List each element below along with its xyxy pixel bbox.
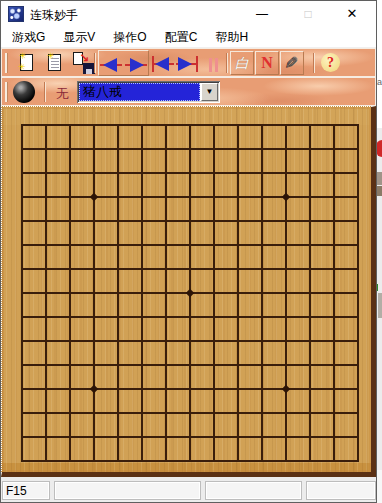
nav-last-button[interactable] <box>175 52 199 76</box>
board-intersection[interactable] <box>10 113 34 137</box>
board-intersection[interactable] <box>10 257 34 281</box>
board-intersection[interactable] <box>58 449 82 473</box>
board-intersection[interactable] <box>346 353 370 377</box>
board-intersection[interactable] <box>226 161 250 185</box>
back-arrow-icon <box>103 58 117 72</box>
board-intersection[interactable] <box>298 113 322 137</box>
board-intersection[interactable] <box>10 305 34 329</box>
board-intersection[interactable] <box>58 281 82 305</box>
board-intersection[interactable] <box>82 353 106 377</box>
board-intersection[interactable] <box>82 449 106 473</box>
background-gray-fragment <box>377 172 382 185</box>
board-intersection[interactable] <box>10 161 34 185</box>
board-intersection[interactable] <box>58 401 82 425</box>
board-intersection[interactable] <box>274 137 298 161</box>
board-intersection[interactable] <box>322 305 346 329</box>
board-intersection[interactable] <box>274 353 298 377</box>
board-intersection[interactable] <box>154 185 178 209</box>
board-intersection[interactable] <box>274 329 298 353</box>
board-intersection[interactable] <box>34 209 58 233</box>
board-intersection[interactable] <box>10 353 34 377</box>
nav-first-button[interactable] <box>151 52 175 76</box>
menu-view[interactable]: 显示V <box>54 27 104 48</box>
board-intersection[interactable] <box>226 185 250 209</box>
board-intersection[interactable] <box>226 449 250 473</box>
board-intersection[interactable] <box>106 209 130 233</box>
pause-icon <box>209 58 212 72</box>
board-intersection[interactable] <box>106 257 130 281</box>
board-intersection[interactable] <box>298 233 322 257</box>
board-intersection[interactable] <box>250 377 274 401</box>
board-intersection[interactable] <box>58 257 82 281</box>
board-intersection[interactable] <box>106 161 130 185</box>
board-intersection[interactable] <box>130 137 154 161</box>
board-intersection[interactable] <box>58 113 82 137</box>
board-intersection[interactable] <box>226 281 250 305</box>
white-player-button[interactable]: 白 <box>230 51 254 75</box>
board-intersection[interactable] <box>322 449 346 473</box>
board-intersection[interactable] <box>154 401 178 425</box>
nav-back-forward-group <box>98 50 149 76</box>
board-intersection[interactable] <box>202 401 226 425</box>
board-intersection[interactable] <box>82 425 106 449</box>
menu-operate[interactable]: 操作O <box>104 27 155 48</box>
board-intersection[interactable] <box>226 209 250 233</box>
engine-select-value[interactable]: 猪八戒 <box>79 83 200 101</box>
board-intersection[interactable] <box>154 305 178 329</box>
board-intersection[interactable] <box>298 449 322 473</box>
board-intersection[interactable] <box>10 401 34 425</box>
board-intersection[interactable] <box>178 185 202 209</box>
status-coordinate: F15 <box>2 481 50 500</box>
board-intersection[interactable] <box>250 305 274 329</box>
numbering-button[interactable]: N <box>255 51 279 75</box>
board-intersection[interactable] <box>130 113 154 137</box>
board-intersection[interactable] <box>130 425 154 449</box>
board-intersection[interactable] <box>130 161 154 185</box>
board-intersection[interactable] <box>154 257 178 281</box>
annotate-button[interactable]: ✎ <box>280 51 304 75</box>
board-intersection[interactable] <box>250 233 274 257</box>
board-intersection[interactable] <box>58 137 82 161</box>
board-intersection[interactable] <box>34 305 58 329</box>
board-intersection[interactable] <box>106 233 130 257</box>
maximize-button-disabled: □ <box>297 5 319 23</box>
board-intersection[interactable] <box>58 233 82 257</box>
background-partial-text: a <box>377 77 382 87</box>
board-intersection[interactable] <box>298 209 322 233</box>
board-intersection[interactable] <box>106 425 130 449</box>
board-intersection[interactable] <box>106 305 130 329</box>
board-intersection[interactable] <box>34 329 58 353</box>
board-intersection[interactable] <box>322 377 346 401</box>
menu-game[interactable]: 游戏G <box>3 27 54 48</box>
board-intersection[interactable] <box>298 185 322 209</box>
board-intersection[interactable] <box>250 161 274 185</box>
board-intersection[interactable] <box>34 161 58 185</box>
board-intersection[interactable] <box>298 401 322 425</box>
app-icon <box>8 6 24 22</box>
question-mark-icon: ? <box>327 55 334 70</box>
board-intersection[interactable] <box>154 281 178 305</box>
board-intersection[interactable] <box>10 377 34 401</box>
board-intersection[interactable] <box>154 449 178 473</box>
nav-forward-button[interactable] <box>124 53 148 77</box>
toolbar-separator <box>313 53 314 73</box>
board-intersection[interactable] <box>250 353 274 377</box>
app-window: 连珠妙手 — □ ✕ 游戏G 显示V 操作O 配置C 帮助H ✳ ✳ ✳ ↘ <box>0 0 377 503</box>
board-intersection[interactable] <box>58 353 82 377</box>
engine-select[interactable]: 猪八戒 ▼ <box>77 81 220 103</box>
status-bar: F15 <box>1 477 376 502</box>
board-intersection[interactable] <box>202 281 226 305</box>
board-intersection[interactable] <box>178 257 202 281</box>
board-intersection[interactable] <box>10 281 34 305</box>
board-intersection[interactable] <box>298 377 322 401</box>
board-intersection[interactable] <box>178 113 202 137</box>
board-intersection[interactable] <box>58 209 82 233</box>
board-intersection[interactable] <box>130 449 154 473</box>
board-intersection[interactable] <box>274 209 298 233</box>
board-intersection[interactable] <box>346 281 370 305</box>
menu-config[interactable]: 配置C <box>156 27 207 48</box>
board-intersection[interactable] <box>274 161 298 185</box>
board-intersection[interactable] <box>106 113 130 137</box>
board-intersection[interactable] <box>106 185 130 209</box>
board-intersection[interactable] <box>82 113 106 137</box>
first-move-arrow-icon <box>155 57 169 71</box>
board-intersection[interactable] <box>274 449 298 473</box>
board-intersection[interactable] <box>322 161 346 185</box>
board-intersection[interactable] <box>346 377 370 401</box>
close-button[interactable]: ✕ <box>341 5 363 23</box>
board-intersection[interactable] <box>178 353 202 377</box>
board-intersection[interactable] <box>178 161 202 185</box>
board-intersection[interactable] <box>58 161 82 185</box>
board-grid <box>21 124 359 462</box>
board-intersection[interactable] <box>154 161 178 185</box>
board-intersection[interactable] <box>82 233 106 257</box>
board-intersection[interactable] <box>274 233 298 257</box>
board-intersection[interactable] <box>226 329 250 353</box>
board-intersection[interactable] <box>34 233 58 257</box>
board-intersection[interactable] <box>34 113 58 137</box>
board-intersection[interactable] <box>202 329 226 353</box>
board-intersection[interactable] <box>178 449 202 473</box>
board-intersection[interactable] <box>34 137 58 161</box>
board-intersection[interactable] <box>346 161 370 185</box>
board-intersection[interactable] <box>130 281 154 305</box>
board-intersection[interactable] <box>10 185 34 209</box>
board-intersection[interactable] <box>298 353 322 377</box>
board-intersection[interactable] <box>34 377 58 401</box>
board-intersection[interactable] <box>34 425 58 449</box>
board-intersection[interactable] <box>322 137 346 161</box>
help-button[interactable]: ? <box>321 53 340 72</box>
board-intersection[interactable] <box>154 353 178 377</box>
board-intersection[interactable] <box>82 257 106 281</box>
minimize-button[interactable]: — <box>251 5 273 23</box>
background-brown-fragment <box>377 186 382 196</box>
board-intersection[interactable] <box>226 401 250 425</box>
board-intersection[interactable] <box>130 377 154 401</box>
board-intersection[interactable] <box>250 425 274 449</box>
board-intersection[interactable] <box>106 281 130 305</box>
board-intersection[interactable] <box>154 137 178 161</box>
board-intersection[interactable] <box>10 425 34 449</box>
board-intersection[interactable] <box>250 329 274 353</box>
board-intersection[interactable] <box>346 257 370 281</box>
board-intersection[interactable] <box>322 185 346 209</box>
save-file-button[interactable]: ↘ <box>71 51 95 75</box>
board-intersection[interactable] <box>10 233 34 257</box>
toolbar-gripper[interactable] <box>5 82 7 102</box>
board-intersection[interactable] <box>178 377 202 401</box>
board-intersection[interactable] <box>178 329 202 353</box>
board-intersection[interactable] <box>58 425 82 449</box>
board-intersection[interactable] <box>250 257 274 281</box>
board-intersection[interactable] <box>82 281 106 305</box>
toolbar-separator <box>226 53 227 73</box>
forward-arrow-icon <box>130 58 144 72</box>
board-intersection[interactable] <box>34 281 58 305</box>
white-kanji-icon: 白 <box>235 55 249 71</box>
board-intersection[interactable] <box>202 449 226 473</box>
board-intersection[interactable] <box>202 113 226 137</box>
board-intersection[interactable] <box>202 377 226 401</box>
board-intersection[interactable] <box>322 113 346 137</box>
board-intersection[interactable] <box>130 185 154 209</box>
board-intersection[interactable] <box>10 137 34 161</box>
board-intersection[interactable] <box>250 185 274 209</box>
board-intersection[interactable] <box>346 305 370 329</box>
board-intersection[interactable] <box>202 209 226 233</box>
board-intersection[interactable] <box>178 137 202 161</box>
open-file-button[interactable]: ✳ <box>43 51 67 75</box>
board-intersection[interactable] <box>346 401 370 425</box>
board-intersection[interactable] <box>298 137 322 161</box>
letter-n-icon: N <box>261 54 273 71</box>
board-intersection[interactable] <box>130 353 154 377</box>
board-intersection[interactable] <box>154 209 178 233</box>
board-intersection[interactable] <box>34 185 58 209</box>
board-intersection[interactable] <box>58 305 82 329</box>
board-intersection[interactable] <box>274 113 298 137</box>
board-intersection[interactable] <box>298 329 322 353</box>
black-player-none-label: 无 <box>56 85 69 103</box>
board-intersection[interactable] <box>346 449 370 473</box>
board-intersection[interactable] <box>322 257 346 281</box>
board-intersection[interactable] <box>154 113 178 137</box>
status-panel <box>54 481 202 500</box>
board-intersection[interactable] <box>202 233 226 257</box>
board-intersection[interactable] <box>274 281 298 305</box>
board-intersection[interactable] <box>250 113 274 137</box>
board-intersection[interactable] <box>226 353 250 377</box>
toolbar-separator <box>94 53 95 73</box>
board-intersection[interactable] <box>298 257 322 281</box>
board-intersection[interactable] <box>202 257 226 281</box>
board-intersection[interactable] <box>154 233 178 257</box>
board-intersection[interactable] <box>178 401 202 425</box>
board-intersection[interactable] <box>346 425 370 449</box>
board-intersection[interactable] <box>322 353 346 377</box>
board-intersection[interactable] <box>250 209 274 233</box>
window-title: 连珠妙手 <box>30 7 78 24</box>
board-intersection[interactable] <box>130 209 154 233</box>
black-stone-button[interactable] <box>13 81 35 103</box>
board-intersection[interactable] <box>130 329 154 353</box>
open-file-icon: ✳ <box>48 54 61 71</box>
new-file-button[interactable]: ✳ ✳ <box>15 51 39 75</box>
toolbar-separator <box>44 82 45 102</box>
board-intersection[interactable] <box>106 449 130 473</box>
board-intersection[interactable] <box>106 377 130 401</box>
board-intersection[interactable] <box>346 185 370 209</box>
board-intersection[interactable] <box>298 281 322 305</box>
board-intersection[interactable] <box>322 233 346 257</box>
board-intersection[interactable] <box>226 233 250 257</box>
player-toolbar: 无 猪八戒 ▼ <box>1 77 376 106</box>
board-intersection[interactable] <box>34 401 58 425</box>
board-intersection[interactable] <box>82 161 106 185</box>
menu-bar: 游戏G 显示V 操作O 配置C 帮助H <box>1 27 376 48</box>
board-intersection[interactable] <box>34 449 58 473</box>
board-intersection[interactable] <box>58 329 82 353</box>
board-intersection[interactable] <box>82 305 106 329</box>
board-intersection[interactable] <box>274 401 298 425</box>
board-intersection[interactable] <box>274 305 298 329</box>
title-bar[interactable]: 连珠妙手 — □ ✕ <box>1 1 376 27</box>
board-intersection[interactable] <box>226 113 250 137</box>
board-intersection[interactable] <box>178 305 202 329</box>
new-file-icon: ✳ ✳ <box>20 54 33 71</box>
board-intersection[interactable] <box>202 353 226 377</box>
board-intersection[interactable] <box>202 305 226 329</box>
board-intersection[interactable] <box>250 137 274 161</box>
board-intersection[interactable] <box>346 113 370 137</box>
board-intersection[interactable] <box>274 425 298 449</box>
board-intersection[interactable] <box>346 329 370 353</box>
board-intersection[interactable] <box>202 161 226 185</box>
board-intersection[interactable] <box>130 305 154 329</box>
board-intersection[interactable] <box>34 353 58 377</box>
toolbar-gripper[interactable] <box>5 53 7 73</box>
board-intersection[interactable] <box>298 425 322 449</box>
board-intersection[interactable] <box>58 185 82 209</box>
board-intersection[interactable] <box>346 233 370 257</box>
board-intersection[interactable] <box>154 377 178 401</box>
nav-back-button[interactable] <box>99 53 123 77</box>
board-intersection[interactable] <box>106 401 130 425</box>
board-intersection[interactable] <box>10 449 34 473</box>
background-scrollbar-fragment <box>378 293 382 318</box>
board-intersection[interactable] <box>250 401 274 425</box>
pause-button[interactable] <box>202 52 226 76</box>
menu-help[interactable]: 帮助H <box>206 27 257 48</box>
board-intersection[interactable] <box>226 257 250 281</box>
board-intersection[interactable] <box>226 377 250 401</box>
board-intersection[interactable] <box>154 425 178 449</box>
board-intersection[interactable] <box>346 209 370 233</box>
board-intersection[interactable] <box>322 209 346 233</box>
board-intersection[interactable] <box>322 329 346 353</box>
board-intersection[interactable] <box>58 377 82 401</box>
board-intersection[interactable] <box>178 233 202 257</box>
last-move-arrow-icon <box>178 57 192 71</box>
board-intersection[interactable] <box>322 425 346 449</box>
board-intersection[interactable] <box>154 329 178 353</box>
board-intersection[interactable] <box>106 353 130 377</box>
board-intersection[interactable] <box>34 257 58 281</box>
chevron-down-icon[interactable]: ▼ <box>201 83 218 101</box>
board-intersection[interactable] <box>82 137 106 161</box>
board-intersection[interactable] <box>298 161 322 185</box>
board-intersection[interactable] <box>202 137 226 161</box>
board-intersection[interactable] <box>298 305 322 329</box>
board-intersection[interactable] <box>226 305 250 329</box>
board-intersection[interactable] <box>322 401 346 425</box>
board-intersection[interactable] <box>226 425 250 449</box>
board-intersection[interactable] <box>250 281 274 305</box>
gomoku-board[interactable] <box>1 106 376 477</box>
board-intersection[interactable] <box>82 329 106 353</box>
board-intersection[interactable] <box>202 425 226 449</box>
board-intersection[interactable] <box>202 185 226 209</box>
pen-icon: ✎ <box>285 52 298 74</box>
board-intersection[interactable] <box>178 209 202 233</box>
status-panel <box>205 481 302 500</box>
board-intersection[interactable] <box>106 137 130 161</box>
board-intersection[interactable] <box>250 449 274 473</box>
board-intersection[interactable] <box>82 209 106 233</box>
board-intersection[interactable] <box>130 257 154 281</box>
toolbar-main: ✳ ✳ ✳ ↘ <box>1 48 376 77</box>
board-intersection[interactable] <box>322 281 346 305</box>
board-intersection[interactable] <box>274 257 298 281</box>
board-intersection[interactable] <box>178 425 202 449</box>
board-intersection[interactable] <box>10 209 34 233</box>
board-intersection[interactable] <box>10 329 34 353</box>
status-panel <box>306 481 376 500</box>
board-intersection[interactable] <box>226 137 250 161</box>
board-intersection[interactable] <box>130 401 154 425</box>
board-intersection[interactable] <box>346 137 370 161</box>
board-intersection[interactable] <box>82 401 106 425</box>
board-intersection[interactable] <box>106 329 130 353</box>
board-intersection[interactable] <box>130 233 154 257</box>
